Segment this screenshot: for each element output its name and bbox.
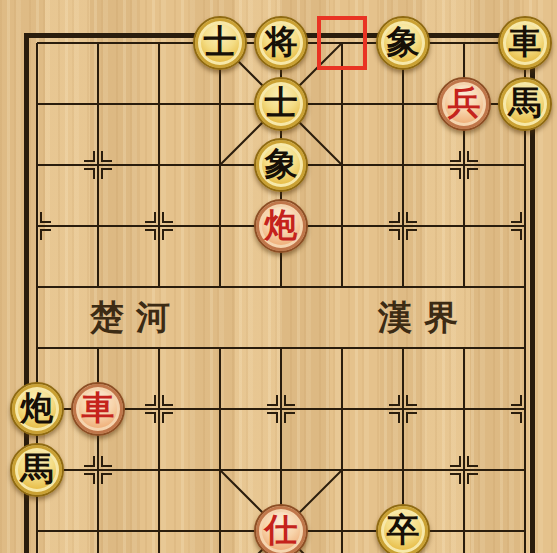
piece-grid: 士将象車士兵馬象炮炮車馬仕卒 <box>7 13 556 553</box>
xiangqi-board: 楚河 漢界 士将象車士兵馬象炮炮車馬仕卒 <box>0 0 557 553</box>
piece-red-車[interactable]: 車 <box>71 382 125 436</box>
piece-label: 車 <box>509 26 542 59</box>
piece-label: 将 <box>265 26 298 59</box>
piece-black-卒[interactable]: 卒 <box>376 504 430 553</box>
piece-label: 馬 <box>21 453 54 486</box>
piece-black-象[interactable]: 象 <box>254 138 308 192</box>
piece-label: 卒 <box>387 514 420 547</box>
piece-label: 士 <box>265 87 298 120</box>
piece-label: 仕 <box>265 514 298 547</box>
piece-black-士[interactable]: 士 <box>254 77 308 131</box>
piece-label: 馬 <box>509 87 542 120</box>
piece-black-士[interactable]: 士 <box>193 16 247 70</box>
piece-label: 車 <box>82 392 115 425</box>
piece-black-将[interactable]: 将 <box>254 16 308 70</box>
piece-black-馬[interactable]: 馬 <box>10 443 64 497</box>
piece-black-馬[interactable]: 馬 <box>498 77 552 131</box>
piece-label: 炮 <box>265 209 298 242</box>
piece-label: 士 <box>204 26 237 59</box>
river-label-right: 漢界 <box>378 295 470 339</box>
piece-red-炮[interactable]: 炮 <box>254 199 308 253</box>
piece-label: 象 <box>265 148 298 181</box>
river-label-left: 楚河 <box>90 295 182 339</box>
piece-label: 象 <box>387 26 420 59</box>
piece-black-象[interactable]: 象 <box>376 16 430 70</box>
last-move-highlight <box>317 16 367 70</box>
piece-black-車[interactable]: 車 <box>498 16 552 70</box>
piece-red-仕[interactable]: 仕 <box>254 504 308 553</box>
piece-label: 炮 <box>21 392 54 425</box>
piece-label: 兵 <box>448 87 481 120</box>
piece-black-炮[interactable]: 炮 <box>10 382 64 436</box>
piece-red-兵[interactable]: 兵 <box>437 77 491 131</box>
